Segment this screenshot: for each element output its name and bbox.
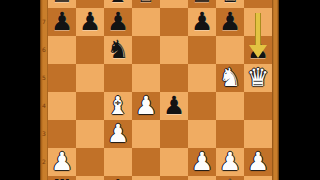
black-pawn-b7[interactable]: ♟	[76, 8, 104, 36]
square-h4[interactable]	[244, 92, 272, 120]
square-g4[interactable]	[216, 92, 244, 120]
black-pawn-c7[interactable]: ♟	[104, 8, 132, 36]
square-c7[interactable]: ♟	[104, 8, 132, 36]
square-h3[interactable]	[244, 120, 272, 148]
square-d8[interactable]: ♛	[132, 0, 160, 8]
square-e3[interactable]	[160, 120, 188, 148]
square-d6[interactable]	[132, 36, 160, 64]
square-g5[interactable]: ♞	[216, 64, 244, 92]
square-e8[interactable]	[160, 0, 188, 8]
rank-label-3: 3	[40, 131, 48, 137]
square-e1[interactable]	[160, 176, 188, 180]
square-h1[interactable]	[244, 176, 272, 180]
square-f1[interactable]	[188, 176, 216, 180]
white-rook-a1[interactable]: ♜	[48, 176, 76, 180]
black-pawn-h6[interactable]: ♟	[244, 36, 272, 64]
square-d4[interactable]: ♟	[132, 92, 160, 120]
white-bishop-c1[interactable]: ♝	[104, 176, 132, 180]
rank-label-5: 5	[40, 75, 48, 81]
square-f2[interactable]: ♟	[188, 148, 216, 176]
rank-label-4: 4	[40, 103, 48, 109]
white-knight-g5[interactable]: ♞	[216, 64, 244, 92]
square-f4[interactable]	[188, 92, 216, 120]
white-bishop-c4[interactable]: ♝	[104, 92, 132, 120]
square-h6[interactable]: ♟	[244, 36, 272, 64]
chess-app-window: 87654321 ♜♝♛♜♚♟♟♟♟♟♞♟♞♛♝♟♟♟♟♟♟♟♜♝♚	[0, 0, 320, 180]
square-c3[interactable]: ♟	[104, 120, 132, 148]
board-right-border	[272, 0, 279, 180]
square-a2[interactable]: ♟	[48, 148, 76, 176]
square-c6[interactable]: ♞	[104, 36, 132, 64]
square-f3[interactable]	[188, 120, 216, 148]
square-e2[interactable]	[160, 148, 188, 176]
square-g6[interactable]	[216, 36, 244, 64]
square-e6[interactable]	[160, 36, 188, 64]
square-e5[interactable]	[160, 64, 188, 92]
square-f6[interactable]	[188, 36, 216, 64]
square-a6[interactable]	[48, 36, 76, 64]
rank-label-2: 2	[40, 159, 48, 165]
square-b1[interactable]	[76, 176, 104, 180]
chess-board[interactable]: ♜♝♛♜♚♟♟♟♟♟♞♟♞♛♝♟♟♟♟♟♟♟♜♝♚	[48, 0, 272, 180]
square-d3[interactable]	[132, 120, 160, 148]
square-d2[interactable]	[132, 148, 160, 176]
white-pawn-g2[interactable]: ♟	[216, 148, 244, 176]
rank-label-7: 7	[40, 19, 48, 25]
square-d5[interactable]	[132, 64, 160, 92]
square-d1[interactable]	[132, 176, 160, 180]
square-e7[interactable]	[160, 8, 188, 36]
white-queen-h5[interactable]: ♛	[244, 64, 272, 92]
black-pawn-a7[interactable]: ♟	[48, 8, 76, 36]
square-g2[interactable]: ♟	[216, 148, 244, 176]
square-b5[interactable]	[76, 64, 104, 92]
black-queen-d8[interactable]: ♛	[132, 0, 160, 8]
square-b4[interactable]	[76, 92, 104, 120]
square-a1[interactable]: ♜	[48, 176, 76, 180]
square-c2[interactable]	[104, 148, 132, 176]
square-h5[interactable]: ♛	[244, 64, 272, 92]
square-g1[interactable]: ♚	[216, 176, 244, 180]
square-f7[interactable]: ♟	[188, 8, 216, 36]
square-f5[interactable]	[188, 64, 216, 92]
black-pawn-e4[interactable]: ♟	[160, 92, 188, 120]
square-b7[interactable]: ♟	[76, 8, 104, 36]
square-g7[interactable]: ♟	[216, 8, 244, 36]
white-king-g1[interactable]: ♚	[216, 176, 244, 180]
black-pawn-f7[interactable]: ♟	[188, 8, 216, 36]
square-a7[interactable]: ♟	[48, 8, 76, 36]
square-b3[interactable]	[76, 120, 104, 148]
square-b6[interactable]	[76, 36, 104, 64]
rank-label-6: 6	[40, 47, 48, 53]
square-c1[interactable]: ♝	[104, 176, 132, 180]
square-b2[interactable]	[76, 148, 104, 176]
square-e4[interactable]: ♟	[160, 92, 188, 120]
square-h7[interactable]	[244, 8, 272, 36]
square-a5[interactable]	[48, 64, 76, 92]
square-c5[interactable]	[104, 64, 132, 92]
black-knight-c6[interactable]: ♞	[104, 36, 132, 64]
square-g3[interactable]	[216, 120, 244, 148]
square-a4[interactable]	[48, 92, 76, 120]
square-h2[interactable]: ♟	[244, 148, 272, 176]
square-a3[interactable]	[48, 120, 76, 148]
square-d7[interactable]	[132, 8, 160, 36]
square-h8[interactable]	[244, 0, 272, 8]
white-pawn-f2[interactable]: ♟	[188, 148, 216, 176]
board-left-border: 87654321	[40, 0, 48, 180]
square-c4[interactable]: ♝	[104, 92, 132, 120]
white-pawn-c3[interactable]: ♟	[104, 120, 132, 148]
white-pawn-a2[interactable]: ♟	[48, 148, 76, 176]
black-pawn-g7[interactable]: ♟	[216, 8, 244, 36]
white-pawn-d4[interactable]: ♟	[132, 92, 160, 120]
white-pawn-h2[interactable]: ♟	[244, 148, 272, 176]
